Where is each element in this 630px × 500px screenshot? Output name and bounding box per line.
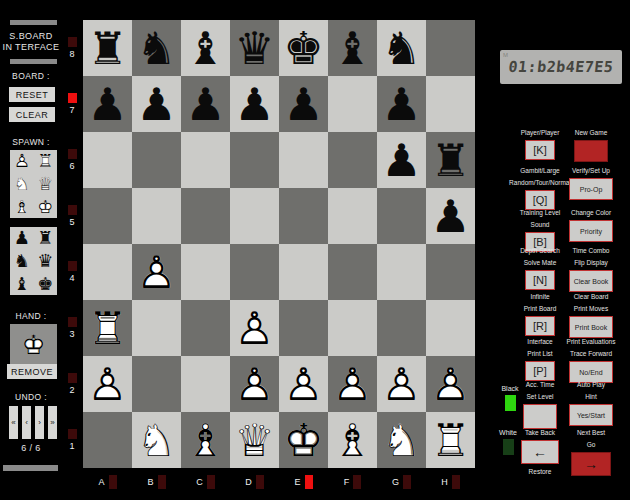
key-rook-button[interactable]: [R] — [525, 316, 555, 336]
print-book-button[interactable]: Print Book — [569, 316, 613, 338]
spawn-white-bishop[interactable]: ♝♗ — [10, 195, 34, 218]
white-turn-indicator: White — [495, 429, 521, 455]
spawn-palette-white: ♟♙♜♖♞♘♛♕♝♗♚♔ — [10, 150, 57, 218]
square-h7[interactable] — [426, 76, 475, 132]
remove-button[interactable]: REMOVE — [7, 364, 57, 379]
file-c-led — [207, 475, 215, 489]
panel-label: Training Level — [520, 208, 561, 217]
black-pawn: ♟ — [279, 76, 328, 132]
file-e-label: E — [294, 477, 300, 487]
square-f1[interactable]: ♝♗ — [328, 412, 377, 468]
file-b-label: B — [147, 477, 153, 487]
square-c5[interactable] — [181, 188, 230, 244]
spawn-black-queen[interactable]: ♛ — [34, 250, 58, 273]
black-king: ♚ — [34, 272, 58, 295]
panel-label: Time Combo — [573, 246, 610, 255]
pro-op-button[interactable]: Pro-Op — [569, 178, 613, 200]
rank-6: 6 — [62, 132, 82, 188]
black-queen: ♛ — [230, 20, 279, 76]
file-d: D — [230, 471, 279, 493]
spawn-palette-black: ♟♜♞♛♝♚ — [10, 227, 57, 295]
square-a6[interactable] — [83, 132, 132, 188]
rank-6-label: 6 — [69, 161, 74, 171]
rank-1-led — [68, 429, 77, 439]
square-b3[interactable] — [132, 300, 181, 356]
square-e1[interactable]: ♚♔ — [279, 412, 328, 468]
black-pawn: ♟ — [377, 132, 426, 188]
white-rook: ♜♖ — [426, 412, 475, 468]
black-led — [505, 395, 516, 411]
black-rook: ♜ — [426, 132, 475, 188]
black-knight: ♞ — [377, 20, 426, 76]
black-pawn: ♟ — [10, 227, 34, 250]
black-pawn: ♟ — [132, 76, 181, 132]
black-pawn: ♟ — [83, 76, 132, 132]
spawn-black-rook[interactable]: ♜ — [34, 227, 58, 250]
square-a3[interactable]: ♜♖ — [83, 300, 132, 356]
black-led-label: Black — [497, 385, 523, 392]
app-title-line2: IN TERFACE — [3, 42, 60, 52]
square-c1[interactable]: ♝♗ — [181, 412, 230, 468]
white-king: ♚♔ — [279, 412, 328, 468]
square-a2[interactable]: ♟♙ — [83, 356, 132, 412]
square-d5[interactable] — [230, 188, 279, 244]
file-e-led — [305, 475, 313, 489]
panel-label: Auto Play — [577, 380, 605, 389]
spawn-white-knight[interactable]: ♞♘ — [10, 173, 34, 196]
rank-2-label: 2 — [69, 385, 74, 395]
white-pawn: ♟♙ — [10, 150, 34, 173]
file-h-led — [452, 475, 460, 489]
file-d-led — [256, 475, 264, 489]
square-g1[interactable]: ♞♘ — [377, 412, 426, 468]
white-knight: ♞♘ — [377, 412, 426, 468]
spawn-white-queen[interactable]: ♛♕ — [34, 173, 58, 196]
black-bishop: ♝ — [10, 272, 34, 295]
square-c2[interactable] — [181, 356, 230, 412]
white-bishop: ♝♗ — [10, 195, 34, 218]
square-g2[interactable]: ♟♙ — [377, 356, 426, 412]
panel-label: Print Evaluations — [567, 337, 616, 346]
file-g: G — [377, 471, 426, 493]
square-d4[interactable] — [230, 244, 279, 300]
white-pawn: ♟♙ — [83, 356, 132, 412]
clear-button[interactable]: CLEAR — [9, 107, 55, 122]
go-button[interactable]: → — [571, 452, 611, 476]
white-rook: ♜♖ — [34, 150, 58, 173]
spawn-white-king[interactable]: ♚♔ — [34, 195, 58, 218]
square-b7[interactable]: ♟ — [132, 76, 181, 132]
panel-label: Go — [587, 440, 596, 449]
square-a8[interactable]: ♜ — [83, 20, 132, 76]
black-rook: ♜ — [34, 227, 58, 250]
square-h4[interactable] — [426, 244, 475, 300]
square-h6[interactable]: ♜ — [426, 132, 475, 188]
white-pawn: ♟♙ — [132, 244, 181, 300]
square-d8[interactable]: ♛ — [230, 20, 279, 76]
undo-section-label: UNDO : — [0, 392, 62, 402]
yes-start-button[interactable]: Yes/Start — [569, 404, 613, 426]
rank-5-led — [68, 205, 77, 215]
square-f7[interactable] — [328, 76, 377, 132]
panel-label: Hint — [585, 392, 597, 401]
rank-8: 8 — [62, 20, 82, 76]
white-pawn: ♟♙ — [377, 356, 426, 412]
file-b: B — [132, 471, 181, 493]
rank-3-led — [68, 317, 77, 327]
square-e4[interactable] — [279, 244, 328, 300]
board-section-label: BOARD : — [0, 71, 62, 81]
square-e2[interactable]: ♟♙ — [279, 356, 328, 412]
black-rook: ♜ — [83, 20, 132, 76]
black-knight: ♞ — [132, 20, 181, 76]
spawn-black-king[interactable]: ♚ — [34, 272, 58, 295]
panel-label: Next Best — [577, 428, 605, 437]
chess-board: ♜♞♝♛♚♝♞♟♟♟♟♟♟♟♜♟♟♙♜♖♟♙♟♙♟♙♟♙♟♙♟♙♟♙♞♘♝♗♛♕… — [83, 20, 475, 468]
control-panel: Player/Player[K]New GameGambit/LargeRand… — [497, 0, 630, 500]
square-g4[interactable] — [377, 244, 426, 300]
undo-forward-button[interactable]: › — [35, 406, 44, 439]
file-f-led — [353, 475, 361, 489]
panel-cell: Time ComboFlip DisplayClear Book — [561, 246, 621, 292]
spawn-white-rook[interactable]: ♜♖ — [34, 150, 58, 173]
undo-controls: «‹›» — [9, 406, 57, 439]
square-f4[interactable] — [328, 244, 377, 300]
white-led — [503, 439, 514, 455]
rank-4-led — [68, 261, 77, 271]
rank-5-label: 5 — [69, 217, 74, 227]
key-pawn-button[interactable]: [P] — [525, 361, 555, 381]
square-c6[interactable] — [181, 132, 230, 188]
square-d3[interactable]: ♟♙ — [230, 300, 279, 356]
square-h5[interactable]: ♟ — [426, 188, 475, 244]
white-bishop: ♝♗ — [181, 412, 230, 468]
rank-1-label: 1 — [69, 441, 74, 451]
square-g8[interactable]: ♞ — [377, 20, 426, 76]
rank-6-led — [68, 149, 77, 159]
square-f5[interactable] — [328, 188, 377, 244]
rank-8-led — [68, 37, 77, 47]
square-c3[interactable] — [181, 300, 230, 356]
file-h: H — [426, 471, 475, 493]
file-h-label: H — [441, 477, 448, 487]
square-b6[interactable] — [132, 132, 181, 188]
file-a: A — [83, 471, 132, 493]
rank-5: 5 — [62, 188, 82, 244]
square-a4[interactable] — [83, 244, 132, 300]
rank-2: 2 — [62, 356, 82, 412]
panel-label: Solve Mate — [524, 258, 557, 267]
white-queen: ♛♕ — [34, 173, 58, 196]
white-pawn: ♟♙ — [230, 300, 279, 356]
spawn-black-bishop[interactable]: ♝ — [10, 272, 34, 295]
white-king: ♚♔ — [10, 324, 57, 364]
take-back-button[interactable]: ← — [521, 440, 559, 464]
priority-button[interactable]: Priority — [569, 220, 613, 242]
set-level-button[interactable] — [523, 404, 557, 429]
sidebar-divider-2 — [10, 59, 57, 64]
rank-1: 1 — [62, 412, 82, 468]
black-pawn: ♟ — [181, 76, 230, 132]
white-knight: ♞♘ — [132, 412, 181, 468]
square-e3[interactable] — [279, 300, 328, 356]
square-f8[interactable]: ♝ — [328, 20, 377, 76]
panel-label: Print Moves — [574, 304, 608, 313]
square-a1[interactable] — [83, 412, 132, 468]
black-king: ♚ — [279, 20, 328, 76]
square-h2[interactable]: ♟♙ — [426, 356, 475, 412]
key-king-button[interactable]: [K] — [525, 140, 555, 160]
square-b4[interactable]: ♟♙ — [132, 244, 181, 300]
square-b5[interactable] — [132, 188, 181, 244]
square-b1[interactable]: ♞♘ — [132, 412, 181, 468]
file-labels: ABCDEFGH — [83, 471, 475, 493]
black-queen: ♛ — [34, 250, 58, 273]
black-turn-indicator: Black — [497, 385, 523, 411]
square-d2[interactable]: ♟♙ — [230, 356, 279, 412]
undo-last-button[interactable]: » — [48, 406, 57, 439]
file-b-led — [158, 475, 166, 489]
sidebar-divider-bottom — [3, 465, 58, 471]
rank-7-led — [68, 93, 77, 103]
panel-label: Take Back — [525, 428, 555, 437]
key-queen-button[interactable]: [Q] — [525, 190, 555, 210]
rank-8-label: 8 — [69, 49, 74, 59]
square-c4[interactable] — [181, 244, 230, 300]
undo-back-button[interactable]: ‹ — [22, 406, 31, 439]
panel-cell: Clear BoardPrint MovesPrint Book — [561, 292, 621, 338]
file-d-label: D — [245, 477, 252, 487]
square-g3[interactable] — [377, 300, 426, 356]
panel-cell: Print EvaluationsTrace ForwardNo/End — [561, 337, 621, 383]
panel-label: Set Level — [526, 392, 553, 401]
file-e: E — [279, 471, 328, 493]
reset-button[interactable]: RESET — [9, 87, 55, 102]
panel-label: Clear Board — [574, 292, 609, 301]
hand-section-label: HAND : — [0, 311, 62, 321]
panel-cell: Next BestGo→ — [561, 428, 621, 476]
file-a-led — [109, 475, 117, 489]
panel-label: Sound — [531, 220, 550, 229]
black-pawn: ♟ — [426, 188, 475, 244]
square-b2[interactable] — [132, 356, 181, 412]
panel-label: New Game — [575, 128, 608, 137]
panel-sublabel: Restore — [529, 467, 552, 476]
file-a-label: A — [98, 477, 104, 487]
panel-label: Gambit/Large — [520, 166, 559, 175]
square-g6[interactable]: ♟ — [377, 132, 426, 188]
rank-4: 4 — [62, 244, 82, 300]
undo-counter: 6 / 6 — [0, 443, 62, 453]
square-g7[interactable]: ♟ — [377, 76, 426, 132]
panel-label: Print Board — [524, 304, 557, 313]
file-c: C — [181, 471, 230, 493]
rank-2-led — [68, 373, 77, 383]
key-knight-button[interactable]: [N] — [525, 270, 555, 290]
sidebar-divider-top — [10, 20, 57, 25]
white-queen: ♛♕ — [230, 412, 279, 468]
square-e7[interactable]: ♟ — [279, 76, 328, 132]
panel-cell: Auto PlayHintYes/Start — [561, 380, 621, 426]
undo-first-button[interactable]: « — [9, 406, 18, 439]
black-knight: ♞ — [10, 250, 34, 273]
white-rook: ♜♖ — [83, 300, 132, 356]
rank-3-label: 3 — [69, 329, 74, 339]
panel-label: Interface — [527, 337, 552, 346]
square-h3[interactable] — [426, 300, 475, 356]
spawn-white-pawn[interactable]: ♟♙ — [10, 150, 34, 173]
square-a5[interactable] — [83, 188, 132, 244]
square-c8[interactable]: ♝ — [181, 20, 230, 76]
square-e6[interactable] — [279, 132, 328, 188]
square-g5[interactable] — [377, 188, 426, 244]
panel-cell: Change ColorPriority — [561, 208, 621, 242]
app-title: S.BOARDIN TERFACE — [0, 31, 62, 53]
white-king: ♚♔ — [34, 195, 58, 218]
panel-label: Depth Search — [520, 246, 560, 255]
chess-computer-interface: S.BOARDIN TERFACE BOARD : RESET CLEAR SP… — [0, 0, 630, 500]
spawn-black-pawn[interactable]: ♟ — [10, 227, 34, 250]
file-c-label: C — [196, 477, 203, 487]
panel-label: Acc. Time — [526, 380, 555, 389]
square-f6[interactable] — [328, 132, 377, 188]
square-a7[interactable]: ♟ — [83, 76, 132, 132]
file-f: F — [328, 471, 377, 493]
white-knight: ♞♘ — [10, 173, 34, 196]
panel-label: Trace Forward — [570, 349, 612, 358]
spawn-black-knight[interactable]: ♞ — [10, 250, 34, 273]
black-pawn: ♟ — [230, 76, 279, 132]
new-game-button[interactable] — [574, 140, 608, 162]
panel-label: Verify/Set Up — [572, 166, 610, 175]
rank-4-label: 4 — [69, 273, 74, 283]
square-h1[interactable]: ♜♖ — [426, 412, 475, 468]
spawn-section-label: SPAWN : — [0, 137, 62, 147]
white-pawn: ♟♙ — [328, 356, 377, 412]
panel-label: Change Color — [571, 208, 611, 217]
square-b8[interactable]: ♞ — [132, 20, 181, 76]
white-pawn: ♟♙ — [279, 356, 328, 412]
rank-7: 7 — [62, 76, 82, 132]
black-pawn: ♟ — [377, 76, 426, 132]
white-led-label: White — [495, 429, 521, 436]
panel-label: Flip Display — [574, 258, 608, 267]
black-bishop: ♝ — [328, 20, 377, 76]
white-pawn: ♟♙ — [230, 356, 279, 412]
rank-labels: 87654321 — [62, 20, 82, 468]
file-f-label: F — [344, 477, 350, 487]
square-c7[interactable]: ♟ — [181, 76, 230, 132]
square-e8[interactable]: ♚ — [279, 20, 328, 76]
white-bishop: ♝♗ — [328, 412, 377, 468]
panel-label: Print List — [527, 349, 552, 358]
black-bishop: ♝ — [181, 20, 230, 76]
square-d6[interactable] — [230, 132, 279, 188]
file-g-led — [403, 475, 411, 489]
square-h8[interactable] — [426, 20, 475, 76]
square-f2[interactable]: ♟♙ — [328, 356, 377, 412]
panel-cell: New Game — [561, 128, 621, 162]
panel-cell: Verify/Set UpPro-Op — [561, 166, 621, 200]
file-g-label: G — [392, 477, 399, 487]
app-title-line1: S.BOARD — [9, 31, 52, 41]
panel-label: Infinite — [530, 292, 549, 301]
rank-3: 3 — [62, 300, 82, 356]
white-pawn: ♟♙ — [426, 356, 475, 412]
hand-tile[interactable]: ♚♔ — [10, 324, 57, 364]
square-f3[interactable] — [328, 300, 377, 356]
rank-7-label: 7 — [69, 105, 74, 115]
panel-label: Player/Player — [521, 128, 560, 137]
square-d1[interactable]: ♛♕ — [230, 412, 279, 468]
clear-book-button[interactable]: Clear Book — [569, 270, 613, 292]
square-d7[interactable]: ♟ — [230, 76, 279, 132]
square-e5[interactable] — [279, 188, 328, 244]
